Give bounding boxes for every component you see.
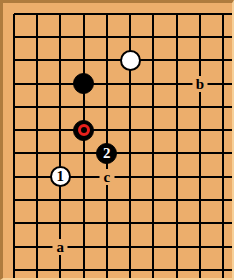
intersection-c1-r6[interactable]	[2, 118, 25, 141]
intersection-c1-r10[interactable]	[2, 212, 25, 235]
board-grid: b21ca	[2, 2, 234, 280]
intersection-c2-r3[interactable]	[25, 49, 48, 72]
intersection-c8-r1[interactable]	[165, 2, 188, 25]
intersection-c1-r5[interactable]	[2, 95, 25, 118]
intersection-c8-r2[interactable]	[165, 25, 188, 48]
intersection-c1-r2[interactable]	[2, 25, 25, 48]
intersection-c2-r5[interactable]	[25, 95, 48, 118]
intersection-c2-r12[interactable]	[25, 258, 48, 280]
intersection-c1-r9[interactable]	[2, 188, 25, 211]
black-stone-D14	[73, 120, 94, 141]
point-label-b: b	[193, 76, 208, 92]
intersection-c7-r3[interactable]	[142, 49, 165, 72]
intersection-c6-r10[interactable]	[118, 212, 141, 235]
intersection-c3-r12[interactable]	[49, 258, 72, 280]
intersection-c1-r8[interactable]	[2, 165, 25, 188]
intersection-c5-r7[interactable]: 2	[95, 142, 118, 165]
intersection-c4-r12[interactable]	[72, 258, 95, 280]
intersection-c10-r10[interactable]	[212, 212, 234, 235]
black-stone-E13-move-2: 2	[96, 143, 117, 164]
intersection-c1-r12[interactable]	[2, 258, 25, 280]
intersection-c9-r9[interactable]	[188, 188, 211, 211]
intersection-c5-r6[interactable]	[95, 118, 118, 141]
intersection-c2-r4[interactable]	[25, 72, 48, 95]
intersection-c2-r1[interactable]	[25, 2, 48, 25]
intersection-c6-r2[interactable]	[118, 25, 141, 48]
intersection-c3-r9[interactable]	[49, 188, 72, 211]
intersection-c9-r2[interactable]	[188, 25, 211, 48]
point-label-c: c	[99, 169, 114, 185]
intersection-c4-r7[interactable]	[72, 142, 95, 165]
intersection-c3-r2[interactable]	[49, 25, 72, 48]
intersection-c5-r9[interactable]	[95, 188, 118, 211]
intersection-c5-r2[interactable]	[95, 25, 118, 48]
intersection-c4-r1[interactable]	[72, 2, 95, 25]
intersection-c3-r4[interactable]	[49, 72, 72, 95]
intersection-c1-r4[interactable]	[2, 72, 25, 95]
intersection-c8-r6[interactable]	[165, 118, 188, 141]
intersection-c6-r9[interactable]	[118, 188, 141, 211]
intersection-c4-r4[interactable]	[72, 72, 95, 95]
intersection-c3-r5[interactable]	[49, 95, 72, 118]
intersection-c7-r10[interactable]	[142, 212, 165, 235]
intersection-c4-r10[interactable]	[72, 212, 95, 235]
intersection-c5-r5[interactable]	[95, 95, 118, 118]
intersection-c6-r11[interactable]	[118, 235, 141, 258]
intersection-c3-r11[interactable]: a	[49, 235, 72, 258]
intersection-c8-r5[interactable]	[165, 95, 188, 118]
intersection-c10-r11[interactable]	[212, 235, 234, 258]
intersection-c5-r4[interactable]	[95, 72, 118, 95]
intersection-c8-r4[interactable]	[165, 72, 188, 95]
intersection-c9-r1[interactable]	[188, 2, 211, 25]
intersection-c8-r3[interactable]	[165, 49, 188, 72]
intersection-c9-r3[interactable]	[188, 49, 211, 72]
intersection-c7-r8[interactable]	[142, 165, 165, 188]
intersection-c9-r7[interactable]	[188, 142, 211, 165]
intersection-c2-r11[interactable]	[25, 235, 48, 258]
intersection-c7-r12[interactable]	[142, 258, 165, 280]
point-label-a: a	[53, 239, 68, 255]
intersection-c7-r2[interactable]	[142, 25, 165, 48]
intersection-c10-r7[interactable]	[212, 142, 234, 165]
intersection-c4-r5[interactable]	[72, 95, 95, 118]
intersection-c9-r5[interactable]	[188, 95, 211, 118]
white-stone-C12-move-1: 1	[50, 166, 71, 187]
intersection-c10-r5[interactable]	[212, 95, 234, 118]
intersection-c7-r11[interactable]	[142, 235, 165, 258]
white-stone-F17	[120, 50, 141, 71]
intersection-c10-r8[interactable]	[212, 165, 234, 188]
intersection-c7-r9[interactable]	[142, 188, 165, 211]
intersection-c10-r6[interactable]	[212, 118, 234, 141]
intersection-c7-r5[interactable]	[142, 95, 165, 118]
intersection-c6-r7[interactable]	[118, 142, 141, 165]
intersection-c4-r3[interactable]	[72, 49, 95, 72]
intersection-c9-r10[interactable]	[188, 212, 211, 235]
intersection-c6-r5[interactable]	[118, 95, 141, 118]
circle-marker-icon	[78, 124, 90, 136]
intersection-c3-r1[interactable]	[49, 2, 72, 25]
intersection-c5-r10[interactable]	[95, 212, 118, 235]
intersection-c6-r6[interactable]	[118, 118, 141, 141]
intersection-c4-r11[interactable]	[72, 235, 95, 258]
intersection-c9-r4[interactable]: b	[188, 72, 211, 95]
intersection-c9-r6[interactable]	[188, 118, 211, 141]
intersection-c10-r12[interactable]	[212, 258, 234, 280]
intersection-c6-r3[interactable]	[118, 49, 141, 72]
go-board: b21ca	[0, 0, 234, 280]
intersection-c6-r8[interactable]	[118, 165, 141, 188]
intersection-c2-r7[interactable]	[25, 142, 48, 165]
intersection-c5-r8[interactable]: c	[95, 165, 118, 188]
intersection-c5-r3[interactable]	[95, 49, 118, 72]
intersection-c9-r12[interactable]	[188, 258, 211, 280]
intersection-c9-r11[interactable]	[188, 235, 211, 258]
intersection-c10-r1[interactable]	[212, 2, 234, 25]
intersection-c8-r12[interactable]	[165, 258, 188, 280]
intersection-c2-r9[interactable]	[25, 188, 48, 211]
intersection-c2-r6[interactable]	[25, 118, 48, 141]
intersection-c7-r4[interactable]	[142, 72, 165, 95]
intersection-c9-r8[interactable]	[188, 165, 211, 188]
intersection-c3-r6[interactable]	[49, 118, 72, 141]
intersection-c5-r12[interactable]	[95, 258, 118, 280]
intersection-c6-r1[interactable]	[118, 2, 141, 25]
intersection-c2-r2[interactable]	[25, 25, 48, 48]
intersection-c3-r3[interactable]	[49, 49, 72, 72]
intersection-c7-r1[interactable]	[142, 2, 165, 25]
intersection-c8-r8[interactable]	[165, 165, 188, 188]
intersection-c8-r11[interactable]	[165, 235, 188, 258]
intersection-c3-r10[interactable]	[49, 212, 72, 235]
intersection-c8-r10[interactable]	[165, 212, 188, 235]
intersection-c7-r7[interactable]	[142, 142, 165, 165]
intersection-c8-r7[interactable]	[165, 142, 188, 165]
intersection-c5-r1[interactable]	[95, 2, 118, 25]
intersection-c8-r9[interactable]	[165, 188, 188, 211]
intersection-c6-r4[interactable]	[118, 72, 141, 95]
intersection-c7-r6[interactable]	[142, 118, 165, 141]
intersection-c1-r7[interactable]	[2, 142, 25, 165]
intersection-c4-r2[interactable]	[72, 25, 95, 48]
black-stone-D16	[73, 73, 94, 94]
intersection-c3-r8[interactable]: 1	[49, 165, 72, 188]
intersection-c1-r1[interactable]	[2, 2, 25, 25]
intersection-c6-r12[interactable]	[118, 258, 141, 280]
intersection-c4-r6[interactable]	[72, 118, 95, 141]
intersection-c5-r11[interactable]	[95, 235, 118, 258]
intersection-c2-r8[interactable]	[25, 165, 48, 188]
intersection-c10-r9[interactable]	[212, 188, 234, 211]
intersection-c1-r11[interactable]	[2, 235, 25, 258]
intersection-c3-r7[interactable]	[49, 142, 72, 165]
intersection-c10-r2[interactable]	[212, 25, 234, 48]
intersection-c4-r8[interactable]	[72, 165, 95, 188]
intersection-c4-r9[interactable]	[72, 188, 95, 211]
intersection-c10-r3[interactable]	[212, 49, 234, 72]
intersection-c10-r4[interactable]	[212, 72, 234, 95]
intersection-c1-r3[interactable]	[2, 49, 25, 72]
intersection-c2-r10[interactable]	[25, 212, 48, 235]
